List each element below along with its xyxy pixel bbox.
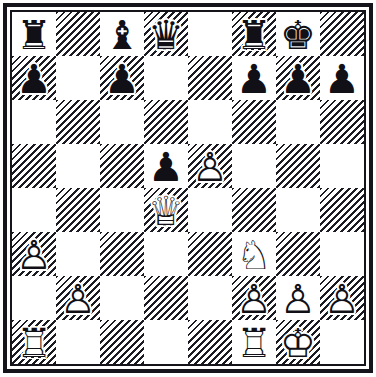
square-d3[interactable] — [144, 232, 188, 276]
square-c2[interactable] — [100, 276, 144, 320]
square-f4[interactable] — [232, 188, 276, 232]
square-a2[interactable] — [12, 276, 56, 320]
square-g8[interactable]: ♚♚ — [276, 12, 320, 56]
square-c5[interactable] — [100, 144, 144, 188]
square-d6[interactable] — [144, 100, 188, 144]
square-b5[interactable] — [56, 144, 100, 188]
piece-white-rook-f1: ♖ — [232, 320, 276, 364]
piece-white-queen-d4: ♕ — [144, 188, 188, 232]
piece-black-pawn-g7: ♟ — [276, 56, 320, 100]
square-b4[interactable] — [56, 188, 100, 232]
square-h3[interactable] — [320, 232, 364, 276]
square-e2[interactable] — [188, 276, 232, 320]
square-f8[interactable]: ♜♜ — [232, 12, 276, 56]
piece-white-pawn-e5: ♙ — [188, 144, 232, 188]
chess-diagram-page: ♜♜♝♝♛♛♜♜♚♚♟♟♟♟♟♟♟♟♟♟♟♟♟♙♛♕♟♙♞♘♟♙♟♙♟♙♟♙♜♖… — [0, 0, 376, 377]
piece-black-rook-a8: ♜ — [12, 12, 56, 56]
square-f7[interactable]: ♟♟ — [232, 56, 276, 100]
square-c6[interactable] — [100, 100, 144, 144]
square-h2[interactable]: ♟♙ — [320, 276, 364, 320]
square-h7[interactable]: ♟♟ — [320, 56, 364, 100]
square-g7[interactable]: ♟♟ — [276, 56, 320, 100]
square-d7[interactable] — [144, 56, 188, 100]
square-a5[interactable] — [12, 144, 56, 188]
square-f6[interactable] — [232, 100, 276, 144]
square-d8[interactable]: ♛♛ — [144, 12, 188, 56]
square-a4[interactable] — [12, 188, 56, 232]
piece-white-rook-a1: ♖ — [12, 320, 56, 364]
piece-white-pawn-h2: ♙ — [320, 276, 364, 320]
square-h4[interactable] — [320, 188, 364, 232]
square-a3[interactable]: ♟♙ — [12, 232, 56, 276]
piece-black-pawn-a7: ♟ — [12, 56, 56, 100]
square-c4[interactable] — [100, 188, 144, 232]
square-g3[interactable] — [276, 232, 320, 276]
square-g1[interactable]: ♚♔ — [276, 320, 320, 364]
square-g5[interactable] — [276, 144, 320, 188]
piece-black-pawn-c7: ♟ — [100, 56, 144, 100]
piece-black-pawn-d5: ♟ — [144, 144, 188, 188]
square-e4[interactable] — [188, 188, 232, 232]
square-e3[interactable] — [188, 232, 232, 276]
square-h6[interactable] — [320, 100, 364, 144]
piece-white-pawn-a3: ♙ — [12, 232, 56, 276]
piece-black-queen-d8: ♛ — [144, 12, 188, 56]
square-h8[interactable] — [320, 12, 364, 56]
square-b1[interactable] — [56, 320, 100, 364]
square-c8[interactable]: ♝♝ — [100, 12, 144, 56]
square-c3[interactable] — [100, 232, 144, 276]
square-e6[interactable] — [188, 100, 232, 144]
piece-white-pawn-g2: ♙ — [276, 276, 320, 320]
square-b2[interactable]: ♟♙ — [56, 276, 100, 320]
square-e8[interactable] — [188, 12, 232, 56]
square-a7[interactable]: ♟♟ — [12, 56, 56, 100]
piece-black-pawn-f7: ♟ — [232, 56, 276, 100]
chess-board: ♜♜♝♝♛♛♜♜♚♚♟♟♟♟♟♟♟♟♟♟♟♟♟♙♛♕♟♙♞♘♟♙♟♙♟♙♟♙♜♖… — [10, 10, 366, 366]
square-f3[interactable]: ♞♘ — [232, 232, 276, 276]
square-f1[interactable]: ♜♖ — [232, 320, 276, 364]
piece-black-rook-f8: ♜ — [232, 12, 276, 56]
square-b7[interactable] — [56, 56, 100, 100]
piece-white-king-g1: ♔ — [276, 320, 320, 364]
square-g4[interactable] — [276, 188, 320, 232]
piece-black-king-g8: ♚ — [276, 12, 320, 56]
piece-black-bishop-c8: ♝ — [100, 12, 144, 56]
square-a8[interactable]: ♜♜ — [12, 12, 56, 56]
square-d1[interactable] — [144, 320, 188, 364]
square-c7[interactable]: ♟♟ — [100, 56, 144, 100]
board-frame: ♜♜♝♝♛♛♜♜♚♚♟♟♟♟♟♟♟♟♟♟♟♟♟♙♛♕♟♙♞♘♟♙♟♙♟♙♟♙♜♖… — [3, 3, 373, 373]
square-d2[interactable] — [144, 276, 188, 320]
square-d5[interactable]: ♟♟ — [144, 144, 188, 188]
square-f5[interactable] — [232, 144, 276, 188]
square-e1[interactable] — [188, 320, 232, 364]
square-f2[interactable]: ♟♙ — [232, 276, 276, 320]
square-a6[interactable] — [12, 100, 56, 144]
piece-white-pawn-f2: ♙ — [232, 276, 276, 320]
square-h5[interactable] — [320, 144, 364, 188]
square-g2[interactable]: ♟♙ — [276, 276, 320, 320]
square-b3[interactable] — [56, 232, 100, 276]
piece-white-pawn-b2: ♙ — [56, 276, 100, 320]
square-e7[interactable] — [188, 56, 232, 100]
square-d4[interactable]: ♛♕ — [144, 188, 188, 232]
square-b6[interactable] — [56, 100, 100, 144]
square-c1[interactable] — [100, 320, 144, 364]
square-h1[interactable] — [320, 320, 364, 364]
piece-white-knight-f3: ♘ — [232, 232, 276, 276]
piece-black-pawn-h7: ♟ — [320, 56, 364, 100]
square-b8[interactable] — [56, 12, 100, 56]
square-g6[interactable] — [276, 100, 320, 144]
square-a1[interactable]: ♜♖ — [12, 320, 56, 364]
square-e5[interactable]: ♟♙ — [188, 144, 232, 188]
